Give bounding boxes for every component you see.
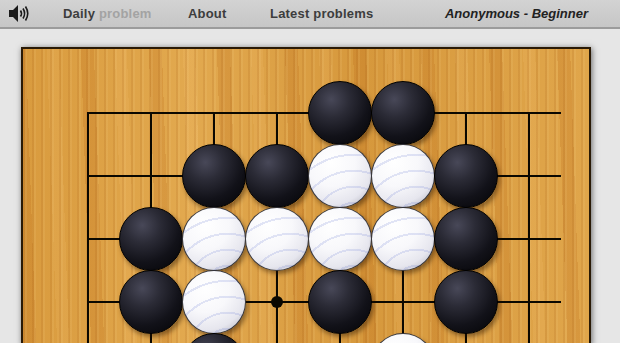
black-stone — [308, 81, 372, 145]
black-stone — [119, 207, 183, 271]
grid-vertical-line — [87, 112, 89, 343]
black-stone — [434, 207, 498, 271]
black-stone — [371, 81, 435, 145]
white-stone — [308, 144, 372, 208]
white-stone — [308, 207, 372, 271]
white-stone — [182, 207, 246, 271]
black-stone — [182, 144, 246, 208]
white-stone — [182, 270, 246, 334]
top-navigation-bar: Daily problem About Latest problems Anon… — [0, 0, 620, 29]
nav-about[interactable]: About — [188, 0, 227, 27]
white-stone — [371, 333, 435, 343]
white-stone — [371, 207, 435, 271]
white-stone — [245, 207, 309, 271]
white-stone — [371, 144, 435, 208]
go-board[interactable] — [21, 47, 591, 343]
black-stone — [308, 270, 372, 334]
nav-daily-problem[interactable]: Daily problem — [63, 0, 152, 27]
black-stone — [245, 144, 309, 208]
black-stone — [434, 144, 498, 208]
black-stone — [119, 270, 183, 334]
black-stone — [434, 270, 498, 334]
black-stone — [182, 333, 246, 343]
nav-latest-problems[interactable]: Latest problems — [270, 0, 373, 27]
nav-daily-problem-label: Daily — [63, 6, 95, 21]
hoshi-point — [271, 296, 283, 308]
user-status[interactable]: Anonymous - Beginner — [445, 0, 588, 27]
speaker-icon[interactable] — [8, 4, 30, 23]
nav-daily-problem-label-2: problem — [99, 6, 152, 21]
grid-vertical-line — [528, 112, 530, 343]
